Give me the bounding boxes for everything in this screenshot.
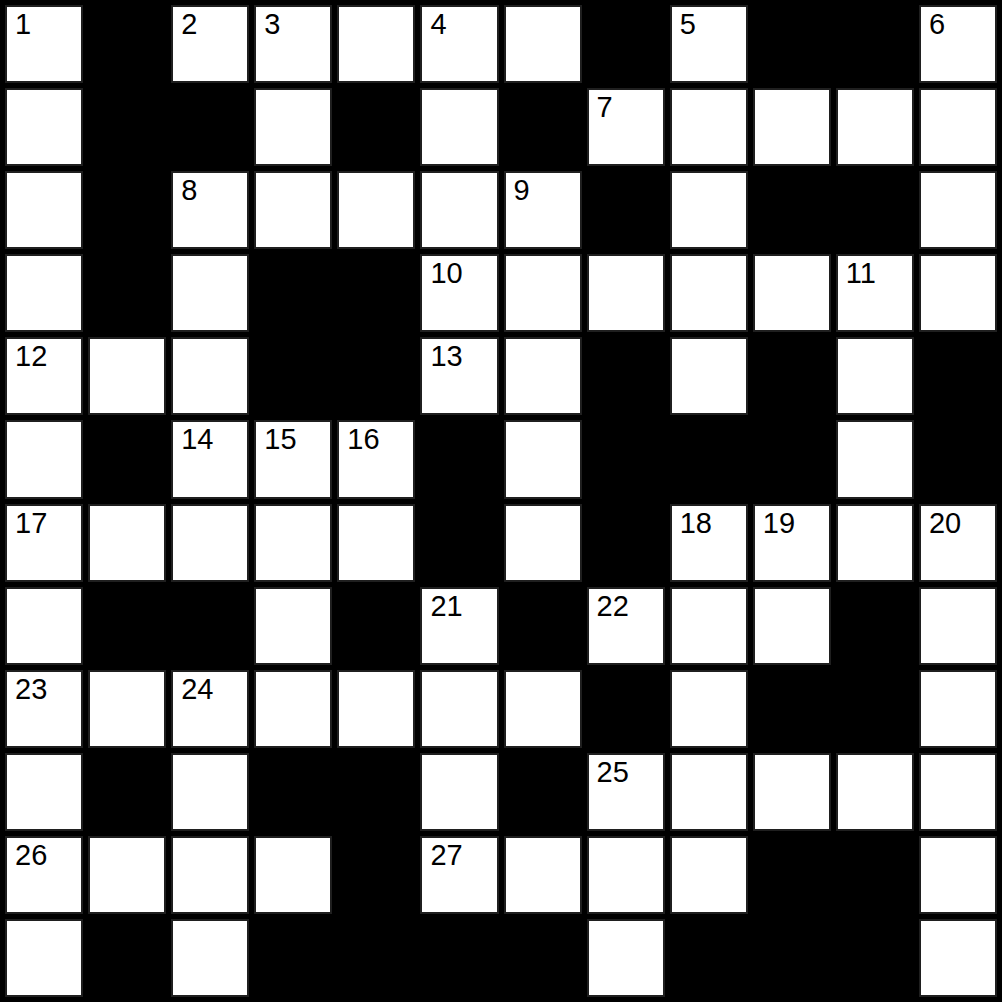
white-cell[interactable]: 3 xyxy=(254,5,332,83)
black-cell xyxy=(88,919,166,997)
white-cell[interactable] xyxy=(587,836,665,914)
white-cell[interactable] xyxy=(504,836,582,914)
white-cell[interactable]: 25 xyxy=(587,753,665,831)
white-cell[interactable]: 5 xyxy=(670,5,748,83)
black-cell xyxy=(337,919,415,997)
black-cell xyxy=(753,420,831,498)
black-cell xyxy=(88,171,166,249)
black-cell xyxy=(670,420,748,498)
white-cell[interactable]: 19 xyxy=(753,504,831,582)
white-cell[interactable]: 11 xyxy=(836,254,914,332)
black-cell xyxy=(254,919,332,997)
white-cell[interactable] xyxy=(753,88,831,166)
black-cell xyxy=(753,670,831,748)
clue-number: 26 xyxy=(15,841,47,870)
white-cell[interactable] xyxy=(5,88,83,166)
clue-number: 9 xyxy=(514,176,530,205)
white-cell[interactable] xyxy=(836,504,914,582)
black-cell xyxy=(753,5,831,83)
white-cell[interactable] xyxy=(587,919,665,997)
white-cell[interactable]: 23 xyxy=(5,670,83,748)
white-cell[interactable] xyxy=(337,504,415,582)
white-cell[interactable] xyxy=(670,587,748,665)
white-cell[interactable] xyxy=(420,753,498,831)
white-cell[interactable] xyxy=(171,753,249,831)
clue-number: 3 xyxy=(264,10,280,39)
white-cell[interactable] xyxy=(670,836,748,914)
black-cell xyxy=(836,836,914,914)
white-cell[interactable]: 18 xyxy=(670,504,748,582)
white-cell[interactable] xyxy=(670,670,748,748)
clue-number: 7 xyxy=(597,93,613,122)
clue-number: 25 xyxy=(597,758,629,787)
white-cell[interactable]: 12 xyxy=(5,337,83,415)
white-cell[interactable] xyxy=(753,254,831,332)
black-cell xyxy=(836,670,914,748)
white-cell[interactable] xyxy=(420,88,498,166)
white-cell[interactable]: 16 xyxy=(337,420,415,498)
white-cell[interactable] xyxy=(5,254,83,332)
crossword-board: 1234567891011121314151617181920212223242… xyxy=(0,0,1002,1002)
white-cell[interactable] xyxy=(254,504,332,582)
white-cell[interactable] xyxy=(5,753,83,831)
black-cell xyxy=(670,919,748,997)
white-cell[interactable] xyxy=(919,88,997,166)
white-cell[interactable] xyxy=(254,171,332,249)
white-cell[interactable]: 10 xyxy=(420,254,498,332)
black-cell xyxy=(504,88,582,166)
black-cell xyxy=(587,420,665,498)
white-cell[interactable] xyxy=(420,670,498,748)
white-cell[interactable] xyxy=(836,753,914,831)
clue-number: 13 xyxy=(430,342,462,371)
black-cell xyxy=(836,587,914,665)
black-cell xyxy=(504,587,582,665)
clue-number: 8 xyxy=(181,176,197,205)
clue-number: 22 xyxy=(597,592,629,621)
black-cell xyxy=(337,337,415,415)
white-cell[interactable] xyxy=(919,836,997,914)
white-cell[interactable] xyxy=(254,587,332,665)
white-cell[interactable]: 2 xyxy=(171,5,249,83)
black-cell xyxy=(171,587,249,665)
clue-number: 10 xyxy=(430,259,462,288)
white-cell[interactable] xyxy=(504,504,582,582)
clue-number: 24 xyxy=(181,675,213,704)
black-cell xyxy=(919,420,997,498)
black-cell xyxy=(753,836,831,914)
white-cell[interactable]: 21 xyxy=(420,587,498,665)
white-cell[interactable] xyxy=(670,254,748,332)
clue-number: 21 xyxy=(430,592,462,621)
clue-number: 27 xyxy=(430,841,462,870)
white-cell[interactable] xyxy=(587,254,665,332)
black-cell xyxy=(254,337,332,415)
white-cell[interactable] xyxy=(919,670,997,748)
white-cell[interactable] xyxy=(337,171,415,249)
white-cell[interactable] xyxy=(88,670,166,748)
white-cell[interactable] xyxy=(171,337,249,415)
black-cell xyxy=(88,753,166,831)
black-cell xyxy=(88,88,166,166)
black-cell xyxy=(420,420,498,498)
clue-number: 16 xyxy=(347,425,379,454)
white-cell[interactable]: 20 xyxy=(919,504,997,582)
black-cell xyxy=(337,836,415,914)
white-cell[interactable]: 27 xyxy=(420,836,498,914)
white-cell[interactable] xyxy=(919,919,997,997)
white-cell[interactable] xyxy=(5,171,83,249)
white-cell[interactable] xyxy=(836,337,914,415)
black-cell xyxy=(753,171,831,249)
white-cell[interactable] xyxy=(5,420,83,498)
white-cell[interactable]: 4 xyxy=(420,5,498,83)
black-cell xyxy=(88,254,166,332)
white-cell[interactable] xyxy=(254,836,332,914)
white-cell[interactable] xyxy=(919,171,997,249)
black-cell xyxy=(420,504,498,582)
white-cell[interactable]: 6 xyxy=(919,5,997,83)
clue-number: 23 xyxy=(15,675,47,704)
white-cell[interactable] xyxy=(670,337,748,415)
black-cell xyxy=(836,171,914,249)
white-cell[interactable]: 9 xyxy=(504,171,582,249)
white-cell[interactable]: 15 xyxy=(254,420,332,498)
black-cell xyxy=(587,670,665,748)
white-cell[interactable] xyxy=(88,836,166,914)
white-cell[interactable] xyxy=(753,753,831,831)
clue-number: 18 xyxy=(680,509,712,538)
black-cell xyxy=(337,88,415,166)
clue-number: 12 xyxy=(15,342,47,371)
white-cell[interactable]: 8 xyxy=(171,171,249,249)
black-cell xyxy=(171,88,249,166)
black-cell xyxy=(88,420,166,498)
white-cell[interactable]: 24 xyxy=(171,670,249,748)
black-cell xyxy=(88,587,166,665)
clue-number: 14 xyxy=(181,425,213,454)
black-cell xyxy=(836,919,914,997)
black-cell xyxy=(919,337,997,415)
white-cell[interactable]: 1 xyxy=(5,5,83,83)
clue-number: 6 xyxy=(929,10,945,39)
clue-number: 19 xyxy=(763,509,795,538)
white-cell[interactable] xyxy=(836,420,914,498)
black-cell xyxy=(420,919,498,997)
clue-number: 4 xyxy=(430,10,446,39)
black-cell xyxy=(504,753,582,831)
white-cell[interactable] xyxy=(254,670,332,748)
black-cell xyxy=(587,5,665,83)
clue-number: 17 xyxy=(15,509,47,538)
clue-number: 2 xyxy=(181,10,197,39)
clue-number: 15 xyxy=(264,425,296,454)
white-cell[interactable] xyxy=(420,171,498,249)
white-cell[interactable] xyxy=(919,254,997,332)
white-cell[interactable] xyxy=(88,504,166,582)
white-cell[interactable]: 7 xyxy=(587,88,665,166)
white-cell[interactable] xyxy=(254,88,332,166)
white-cell[interactable] xyxy=(836,88,914,166)
black-cell xyxy=(587,171,665,249)
white-cell[interactable] xyxy=(504,254,582,332)
white-cell[interactable] xyxy=(504,420,582,498)
black-cell xyxy=(254,753,332,831)
white-cell[interactable] xyxy=(919,587,997,665)
black-cell xyxy=(836,5,914,83)
white-cell[interactable] xyxy=(5,919,83,997)
black-cell xyxy=(504,919,582,997)
black-cell xyxy=(337,587,415,665)
white-cell[interactable] xyxy=(171,504,249,582)
white-cell[interactable] xyxy=(670,753,748,831)
clue-number: 1 xyxy=(15,10,31,39)
black-cell xyxy=(587,504,665,582)
white-cell[interactable] xyxy=(337,670,415,748)
clue-number: 20 xyxy=(929,509,961,538)
white-cell[interactable] xyxy=(337,5,415,83)
white-cell[interactable] xyxy=(5,587,83,665)
white-cell[interactable] xyxy=(171,254,249,332)
white-cell[interactable]: 26 xyxy=(5,836,83,914)
white-cell[interactable]: 22 xyxy=(587,587,665,665)
black-cell xyxy=(753,337,831,415)
clue-number: 5 xyxy=(680,10,696,39)
black-cell xyxy=(587,337,665,415)
white-cell[interactable]: 17 xyxy=(5,504,83,582)
white-cell[interactable] xyxy=(919,753,997,831)
white-cell[interactable] xyxy=(753,587,831,665)
white-cell[interactable] xyxy=(504,670,582,748)
white-cell[interactable]: 13 xyxy=(420,337,498,415)
black-cell xyxy=(88,5,166,83)
white-cell[interactable] xyxy=(670,171,748,249)
white-cell[interactable] xyxy=(171,836,249,914)
white-cell[interactable]: 14 xyxy=(171,420,249,498)
white-cell[interactable] xyxy=(88,337,166,415)
clue-number: 11 xyxy=(846,259,876,288)
black-cell xyxy=(753,919,831,997)
black-cell xyxy=(254,254,332,332)
white-cell[interactable] xyxy=(171,919,249,997)
black-cell xyxy=(337,753,415,831)
white-cell[interactable] xyxy=(504,337,582,415)
white-cell[interactable] xyxy=(670,88,748,166)
white-cell[interactable] xyxy=(504,5,582,83)
black-cell xyxy=(337,254,415,332)
